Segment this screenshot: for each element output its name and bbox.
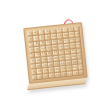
number-cube: 8 [68, 27, 73, 32]
number-cube: 12 [57, 33, 62, 38]
number-cube: 8 [31, 70, 36, 75]
number-cube: 24 [43, 68, 48, 73]
number-cube: 12 [41, 46, 46, 51]
number-cube: 18 [42, 57, 47, 62]
number-cube: 20 [47, 51, 52, 56]
number-cube: 40 [55, 67, 60, 72]
number-cube: 1 [27, 31, 32, 36]
number-cube: 45 [55, 73, 60, 78]
number-cube: 49 [66, 60, 71, 65]
number-cube: 16 [37, 69, 42, 74]
number-cube: 9 [74, 26, 79, 31]
number-cube: 14 [36, 63, 41, 68]
number-cube: 72 [78, 65, 83, 70]
number-cube: 42 [60, 61, 65, 66]
number-cube: 6 [34, 41, 39, 46]
number-cube: 28 [48, 62, 53, 67]
number-cube: 3 [39, 30, 44, 35]
number-cube: 63 [67, 71, 72, 76]
number-cube: 6 [39, 35, 44, 40]
number-cube: 30 [59, 50, 64, 55]
number-cube: 9 [40, 41, 45, 46]
number-cube: 8 [35, 47, 40, 52]
number-cube: 42 [65, 55, 70, 60]
number-cube: 18 [75, 31, 80, 36]
number-cube: 6 [56, 28, 61, 33]
number-cube: 10 [51, 34, 56, 39]
number-cube: 27 [43, 74, 48, 79]
number-cube: 54 [61, 72, 66, 77]
number-cube: 24 [58, 44, 63, 49]
number-cube: 24 [69, 38, 74, 43]
number-cube: 56 [72, 60, 77, 65]
number-cube: 5 [29, 53, 34, 58]
number-cube: 36 [76, 42, 81, 47]
number-cube: 4 [29, 47, 34, 52]
number-cube: 2 [33, 30, 38, 35]
number-cube: 36 [49, 73, 54, 78]
number-cube: 2 [28, 36, 33, 41]
number-cube: 9 [32, 75, 37, 80]
number-cube: 20 [52, 45, 57, 50]
number-cube: 40 [70, 49, 75, 54]
number-cube: 28 [64, 44, 69, 49]
cube-grid: 1234567892468101214161836912151821242748… [27, 26, 84, 80]
number-cube: 72 [73, 71, 78, 76]
number-cube: 10 [35, 52, 40, 57]
number-cube: 35 [54, 62, 59, 67]
number-cube: 12 [36, 58, 41, 63]
number-cube: 4 [45, 29, 50, 34]
number-cube: 25 [53, 50, 58, 55]
number-cube: 48 [71, 54, 76, 59]
number-cube: 56 [66, 66, 71, 71]
number-cube: 81 [79, 70, 84, 75]
number-cube: 35 [65, 49, 70, 54]
number-cube: 4 [34, 36, 39, 41]
number-cube: 36 [59, 55, 64, 60]
multiplication-board: 1234567892468101214161836912151821242748… [23, 22, 88, 84]
number-cube: 63 [77, 59, 82, 64]
number-cube: 16 [46, 46, 51, 51]
number-cube: 16 [69, 32, 74, 37]
number-cube: 24 [48, 57, 53, 62]
number-cube: 64 [72, 65, 77, 70]
number-cube: 21 [42, 63, 47, 68]
number-cube: 27 [75, 37, 80, 42]
number-cube: 7 [31, 64, 36, 69]
number-cube: 32 [70, 43, 75, 48]
number-cube: 15 [52, 39, 57, 44]
number-cube: 8 [45, 35, 50, 40]
number-cube: 3 [28, 42, 33, 47]
number-cube: 18 [58, 39, 63, 44]
number-cube: 18 [38, 74, 43, 79]
number-cube: 14 [63, 33, 68, 38]
number-cube: 12 [46, 40, 51, 45]
number-cube: 30 [53, 56, 58, 61]
number-cube: 6 [30, 58, 35, 63]
number-cube: 7 [62, 27, 67, 32]
number-cube: 5 [50, 28, 55, 33]
number-cube: 32 [49, 68, 54, 73]
number-cube: 45 [76, 48, 81, 53]
number-cube: 48 [60, 66, 65, 71]
board-frame: 1234567892468101214161836912151821242748… [23, 22, 88, 84]
number-cube: 15 [41, 52, 46, 57]
number-cube: 21 [63, 38, 68, 43]
product-photo: 1234567892468101214161836912151821242748… [0, 0, 110, 110]
number-cube: 54 [77, 54, 82, 59]
